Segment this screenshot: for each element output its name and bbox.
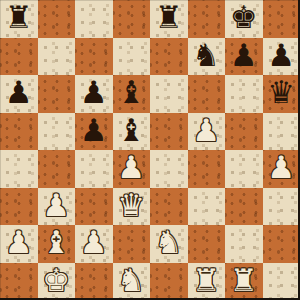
square-f5[interactable]: ♟ bbox=[188, 113, 226, 151]
square-c4[interactable] bbox=[75, 150, 113, 188]
square-d4[interactable]: ♟ bbox=[113, 150, 151, 188]
square-f2[interactable] bbox=[188, 225, 226, 263]
black-pawn-piece: ♟ bbox=[5, 77, 33, 108]
square-e6[interactable] bbox=[150, 75, 188, 113]
square-b7[interactable] bbox=[38, 38, 76, 76]
square-c5[interactable]: ♟ bbox=[75, 113, 113, 151]
square-e4[interactable] bbox=[150, 150, 188, 188]
square-h7[interactable]: ♟ bbox=[263, 38, 301, 76]
square-c3[interactable] bbox=[75, 188, 113, 226]
square-e3[interactable] bbox=[150, 188, 188, 226]
black-knight-piece: ♞ bbox=[192, 40, 220, 71]
white-knight-piece: ♞ bbox=[155, 227, 183, 258]
square-h3[interactable] bbox=[263, 188, 301, 226]
square-d5[interactable]: ♝ bbox=[113, 113, 151, 151]
square-d8[interactable] bbox=[113, 0, 151, 38]
square-c6[interactable]: ♟ bbox=[75, 75, 113, 113]
square-d3[interactable]: ♛ bbox=[113, 188, 151, 226]
square-h5[interactable] bbox=[263, 113, 301, 151]
square-g4[interactable] bbox=[225, 150, 263, 188]
square-a7[interactable] bbox=[0, 38, 38, 76]
square-f7[interactable]: ♞ bbox=[188, 38, 226, 76]
square-h8[interactable] bbox=[263, 0, 301, 38]
square-a2[interactable]: ♟ bbox=[0, 225, 38, 263]
square-f3[interactable] bbox=[188, 188, 226, 226]
square-c7[interactable] bbox=[75, 38, 113, 76]
chess-board-frame: ♜♜♚♞♟♟♟♟♝♛♟♝♟♟♟♟♛♟♝♟♞♚♞♜♜ bbox=[0, 0, 300, 300]
square-f1[interactable]: ♜ bbox=[188, 263, 226, 300]
square-e7[interactable] bbox=[150, 38, 188, 76]
white-pawn-piece: ♟ bbox=[42, 190, 70, 221]
black-pawn-piece: ♟ bbox=[230, 40, 258, 71]
white-bishop-piece: ♝ bbox=[42, 227, 70, 258]
black-rook-piece: ♜ bbox=[155, 2, 183, 33]
square-h2[interactable] bbox=[263, 225, 301, 263]
white-pawn-piece: ♟ bbox=[5, 227, 33, 258]
square-a4[interactable] bbox=[0, 150, 38, 188]
square-e2[interactable]: ♞ bbox=[150, 225, 188, 263]
square-b4[interactable] bbox=[38, 150, 76, 188]
white-pawn-piece: ♟ bbox=[117, 152, 145, 183]
square-e5[interactable] bbox=[150, 113, 188, 151]
black-bishop-piece: ♝ bbox=[117, 77, 145, 108]
square-a3[interactable] bbox=[0, 188, 38, 226]
square-f6[interactable] bbox=[188, 75, 226, 113]
square-b2[interactable]: ♝ bbox=[38, 225, 76, 263]
square-a6[interactable]: ♟ bbox=[0, 75, 38, 113]
square-b3[interactable]: ♟ bbox=[38, 188, 76, 226]
square-d1[interactable]: ♞ bbox=[113, 263, 151, 300]
square-g3[interactable] bbox=[225, 188, 263, 226]
square-g1[interactable]: ♜ bbox=[225, 263, 263, 300]
white-pawn-piece: ♟ bbox=[192, 115, 220, 146]
square-a8[interactable]: ♜ bbox=[0, 0, 38, 38]
square-g2[interactable] bbox=[225, 225, 263, 263]
black-bishop-piece: ♝ bbox=[117, 115, 145, 146]
black-queen-piece: ♛ bbox=[267, 77, 295, 108]
square-f8[interactable] bbox=[188, 0, 226, 38]
square-b1[interactable]: ♚ bbox=[38, 263, 76, 300]
square-g7[interactable]: ♟ bbox=[225, 38, 263, 76]
square-h1[interactable] bbox=[263, 263, 301, 300]
white-queen-piece: ♛ bbox=[117, 190, 145, 221]
square-b5[interactable] bbox=[38, 113, 76, 151]
square-g8[interactable]: ♚ bbox=[225, 0, 263, 38]
square-a1[interactable] bbox=[0, 263, 38, 300]
white-pawn-piece: ♟ bbox=[267, 152, 295, 183]
white-rook-piece: ♜ bbox=[230, 265, 258, 296]
black-pawn-piece: ♟ bbox=[80, 77, 108, 108]
square-g5[interactable] bbox=[225, 113, 263, 151]
black-king-piece: ♚ bbox=[230, 2, 258, 33]
white-pawn-piece: ♟ bbox=[80, 227, 108, 258]
square-h4[interactable]: ♟ bbox=[263, 150, 301, 188]
square-f4[interactable] bbox=[188, 150, 226, 188]
black-rook-piece: ♜ bbox=[5, 2, 33, 33]
square-d7[interactable] bbox=[113, 38, 151, 76]
square-e8[interactable]: ♜ bbox=[150, 0, 188, 38]
square-b6[interactable] bbox=[38, 75, 76, 113]
square-g6[interactable] bbox=[225, 75, 263, 113]
white-knight-piece: ♞ bbox=[117, 265, 145, 296]
square-c1[interactable] bbox=[75, 263, 113, 300]
white-rook-piece: ♜ bbox=[192, 265, 220, 296]
square-e1[interactable] bbox=[150, 263, 188, 300]
square-d2[interactable] bbox=[113, 225, 151, 263]
black-pawn-piece: ♟ bbox=[80, 115, 108, 146]
square-b8[interactable] bbox=[38, 0, 76, 38]
square-h6[interactable]: ♛ bbox=[263, 75, 301, 113]
square-c8[interactable] bbox=[75, 0, 113, 38]
black-pawn-piece: ♟ bbox=[267, 40, 295, 71]
chess-board: ♜♜♚♞♟♟♟♟♝♛♟♝♟♟♟♟♛♟♝♟♞♚♞♜♜ bbox=[0, 0, 300, 300]
square-d6[interactable]: ♝ bbox=[113, 75, 151, 113]
white-king-piece: ♚ bbox=[42, 265, 70, 296]
square-a5[interactable] bbox=[0, 113, 38, 151]
square-c2[interactable]: ♟ bbox=[75, 225, 113, 263]
